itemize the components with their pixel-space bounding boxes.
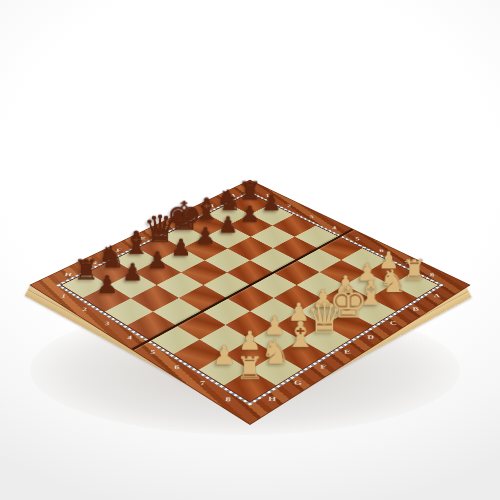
rank-label: 4 xyxy=(323,220,345,236)
file-label: F xyxy=(102,245,136,256)
rank-label: 2 xyxy=(279,198,300,213)
file-label: A xyxy=(217,191,247,201)
piece-dark-pawn-h2: ♟ xyxy=(82,273,131,297)
rank-label: 5 xyxy=(346,231,369,247)
file-label: C xyxy=(173,211,204,221)
rank-label: 1 xyxy=(258,188,278,202)
product-photo-scene: HGFEDCBA HGFEDCBA 12345678 12345678 ♜♞♝♛… xyxy=(0,0,500,500)
file-label: E xyxy=(126,233,159,244)
piece-light-rook-h8: ♜ xyxy=(223,354,277,385)
file-label: D xyxy=(150,222,182,232)
file-label: B xyxy=(196,201,227,211)
rank-label: 3 xyxy=(301,209,322,224)
